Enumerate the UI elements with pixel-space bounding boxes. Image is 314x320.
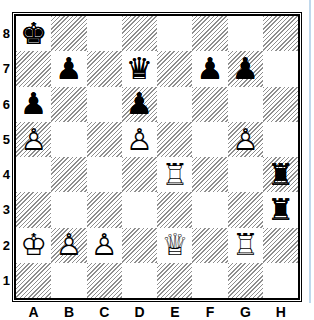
square-c8[interactable] [87, 16, 122, 51]
piece-black-queen-d7[interactable]: ♛♛ [125, 54, 155, 84]
piece-white-pawn-d5[interactable]: ♟♙ [125, 125, 155, 155]
square-d8[interactable] [122, 16, 157, 51]
square-h8[interactable] [263, 16, 298, 51]
square-d1[interactable] [122, 263, 157, 298]
square-b2[interactable]: ♟♙ [51, 228, 86, 263]
square-f1[interactable] [192, 263, 227, 298]
square-f7[interactable]: ♟♟ [192, 51, 227, 86]
black-king-glyph: ♚ [20, 19, 47, 49]
file-label-a: A [16, 304, 51, 320]
square-f5[interactable] [192, 122, 227, 157]
white-pawn-glyph: ♙ [126, 125, 153, 155]
square-a4[interactable] [16, 157, 51, 192]
white-king-glyph: ♔ [20, 230, 47, 260]
square-d7[interactable]: ♛♛ [122, 51, 157, 86]
piece-black-king-a8[interactable]: ♚♚ [19, 19, 49, 49]
piece-white-pawn-a5[interactable]: ♟♙ [19, 125, 49, 155]
square-b4[interactable] [51, 157, 86, 192]
black-pawn-glyph: ♟ [197, 54, 224, 84]
square-a6[interactable]: ♟♟ [16, 87, 51, 122]
square-b8[interactable] [51, 16, 86, 51]
file-label-b: B [51, 304, 86, 320]
piece-black-pawn-d6[interactable]: ♟♟ [125, 89, 155, 119]
rank-label-1: 1 [0, 263, 11, 298]
white-pawn-glyph: ♙ [20, 125, 47, 155]
piece-white-pawn-b2[interactable]: ♟♙ [54, 230, 84, 260]
file-label-f: F [192, 304, 227, 320]
file-labels: ABCDEFGH [16, 304, 298, 320]
square-e3[interactable] [157, 192, 192, 227]
piece-white-queen-e2[interactable]: ♛♕ [160, 230, 190, 260]
square-b6[interactable] [51, 87, 86, 122]
square-a3[interactable] [16, 192, 51, 227]
piece-white-rook-e4[interactable]: ♜♖ [160, 160, 190, 190]
square-g2[interactable]: ♜♖ [228, 228, 263, 263]
square-d6[interactable]: ♟♟ [122, 87, 157, 122]
square-e7[interactable] [157, 51, 192, 86]
square-h7[interactable] [263, 51, 298, 86]
file-label-e: E [157, 304, 192, 320]
square-b7[interactable]: ♟♟ [51, 51, 86, 86]
board-border: ♚♚♟♟♛♛♟♟♟♟♟♟♟♟♟♙♟♙♟♙♜♖♜♜♜♜♚♔♟♙♟♙♛♕♜♖ [12, 12, 302, 302]
square-f6[interactable] [192, 87, 227, 122]
square-e5[interactable] [157, 122, 192, 157]
square-g8[interactable] [228, 16, 263, 51]
piece-white-rook-g2[interactable]: ♜♖ [230, 230, 260, 260]
black-queen-glyph: ♛ [126, 54, 153, 84]
chess-board: ♚♚♟♟♛♛♟♟♟♟♟♟♟♟♟♙♟♙♟♙♜♖♜♜♜♜♚♔♟♙♟♙♛♕♜♖ [16, 16, 298, 298]
square-c2[interactable]: ♟♙ [87, 228, 122, 263]
square-f3[interactable] [192, 192, 227, 227]
black-pawn-glyph: ♟ [55, 54, 82, 84]
square-e4[interactable]: ♜♖ [157, 157, 192, 192]
square-g7[interactable]: ♟♟ [228, 51, 263, 86]
square-b1[interactable] [51, 263, 86, 298]
square-g1[interactable] [228, 263, 263, 298]
page-edge-line [309, 0, 311, 303]
square-h6[interactable] [263, 87, 298, 122]
square-a5[interactable]: ♟♙ [16, 122, 51, 157]
rank-label-8: 8 [0, 16, 11, 51]
square-c1[interactable] [87, 263, 122, 298]
piece-white-pawn-g5[interactable]: ♟♙ [230, 125, 260, 155]
square-b3[interactable] [51, 192, 86, 227]
piece-white-king-a2[interactable]: ♚♔ [19, 230, 49, 260]
rank-label-4: 4 [0, 157, 11, 192]
square-h3[interactable]: ♜♜ [263, 192, 298, 227]
rank-label-6: 6 [0, 87, 11, 122]
square-g3[interactable] [228, 192, 263, 227]
piece-black-pawn-b7[interactable]: ♟♟ [54, 54, 84, 84]
square-c7[interactable] [87, 51, 122, 86]
square-g5[interactable]: ♟♙ [228, 122, 263, 157]
square-g4[interactable] [228, 157, 263, 192]
piece-black-rook-h3[interactable]: ♜♜ [266, 195, 296, 225]
rank-label-5: 5 [0, 122, 11, 157]
square-c6[interactable] [87, 87, 122, 122]
black-pawn-glyph: ♟ [126, 89, 153, 119]
piece-black-pawn-g7[interactable]: ♟♟ [230, 54, 260, 84]
square-h4[interactable]: ♜♜ [263, 157, 298, 192]
square-f8[interactable] [192, 16, 227, 51]
square-d4[interactable] [122, 157, 157, 192]
rank-labels: 87654321 [0, 16, 11, 298]
black-rook-glyph: ♜ [267, 195, 294, 225]
piece-black-pawn-a6[interactable]: ♟♟ [19, 89, 49, 119]
piece-white-pawn-c2[interactable]: ♟♙ [89, 230, 119, 260]
square-a7[interactable] [16, 51, 51, 86]
black-rook-glyph: ♜ [267, 160, 294, 190]
file-label-h: H [263, 304, 298, 320]
white-queen-glyph: ♕ [161, 230, 188, 260]
rank-label-3: 3 [0, 192, 11, 227]
square-f4[interactable] [192, 157, 227, 192]
black-pawn-glyph: ♟ [20, 89, 47, 119]
square-b5[interactable] [51, 122, 86, 157]
square-c3[interactable] [87, 192, 122, 227]
file-label-c: C [87, 304, 122, 320]
square-d2[interactable] [122, 228, 157, 263]
chess-diagram: 87654321 ♚♚♟♟♛♛♟♟♟♟♟♟♟♟♟♙♟♙♟♙♜♖♜♜♜♜♚♔♟♙♟… [0, 0, 314, 320]
white-pawn-glyph: ♙ [232, 125, 259, 155]
square-a1[interactable] [16, 263, 51, 298]
piece-black-pawn-f7[interactable]: ♟♟ [195, 54, 225, 84]
square-e8[interactable] [157, 16, 192, 51]
square-f2[interactable] [192, 228, 227, 263]
square-c4[interactable] [87, 157, 122, 192]
white-pawn-glyph: ♙ [91, 230, 118, 260]
square-h5[interactable] [263, 122, 298, 157]
rank-label-2: 2 [0, 228, 11, 263]
square-g6[interactable] [228, 87, 263, 122]
square-a8[interactable]: ♚♚ [16, 16, 51, 51]
white-rook-glyph: ♖ [161, 160, 188, 190]
piece-black-rook-h4[interactable]: ♜♜ [266, 160, 296, 190]
square-h2[interactable] [263, 228, 298, 263]
square-a2[interactable]: ♚♔ [16, 228, 51, 263]
square-e2[interactable]: ♛♕ [157, 228, 192, 263]
file-label-d: D [122, 304, 157, 320]
rank-label-7: 7 [0, 51, 11, 86]
black-pawn-glyph: ♟ [232, 54, 259, 84]
file-label-g: G [228, 304, 263, 320]
white-rook-glyph: ♖ [232, 230, 259, 260]
square-d3[interactable] [122, 192, 157, 227]
white-pawn-glyph: ♙ [55, 230, 82, 260]
square-d5[interactable]: ♟♙ [122, 122, 157, 157]
square-e6[interactable] [157, 87, 192, 122]
square-h1[interactable] [263, 263, 298, 298]
square-e1[interactable] [157, 263, 192, 298]
square-c5[interactable] [87, 122, 122, 157]
